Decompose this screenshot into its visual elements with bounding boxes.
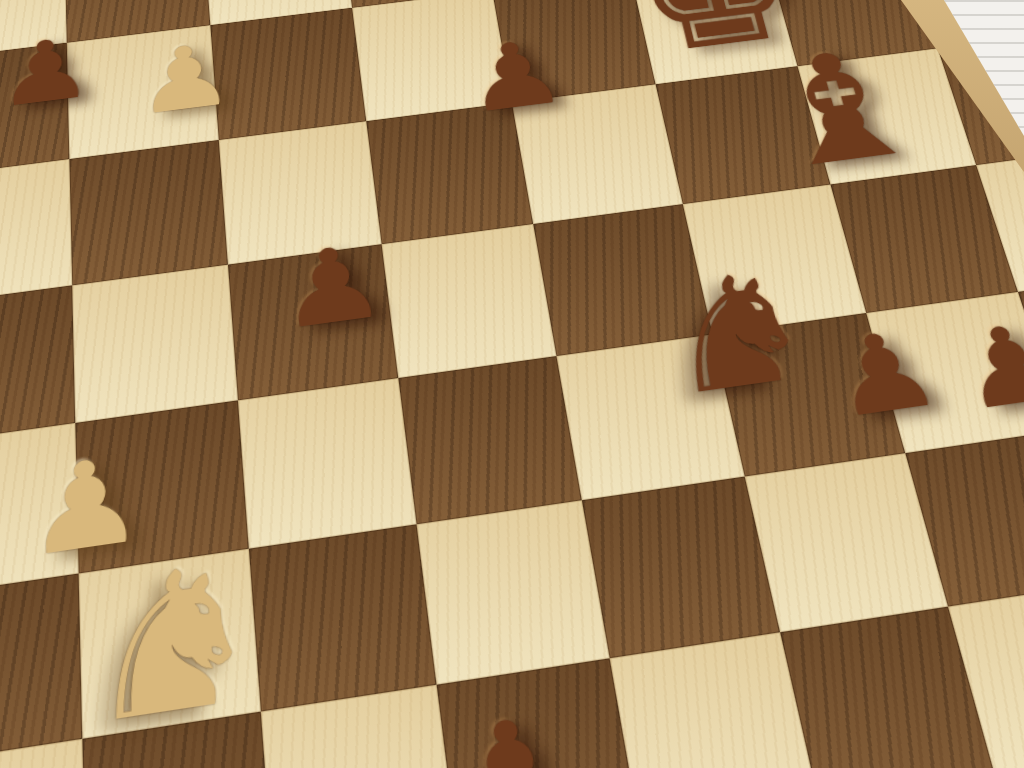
square-d6[interactable]: ♟	[366, 103, 533, 245]
square-a7[interactable]: ♟	[0, 43, 69, 179]
board: ♟♟♟♚♟♝♟♞♟♟♞♟	[0, 0, 1024, 768]
square-c4[interactable]	[238, 378, 417, 549]
square-d3[interactable]	[417, 500, 610, 684]
square-b3[interactable]: ♞	[79, 549, 261, 739]
piece-black-pawn[interactable]: ♟	[250, 227, 416, 349]
square-c3[interactable]	[249, 524, 437, 711]
board-scene: ♟♟♟♚♟♝♟♞♟♟♞♟	[0, 0, 1024, 768]
piece-white-knight[interactable]: ♞	[87, 536, 271, 754]
board-border: ♟♟♟♚♟♝♟♞♟♟♞♟	[0, 0, 1024, 768]
square-a6[interactable]	[0, 159, 72, 306]
square-h4[interactable]: ♟	[1018, 271, 1024, 430]
square-b6[interactable]	[69, 140, 228, 285]
square-d4[interactable]	[398, 356, 582, 524]
square-b5[interactable]	[72, 265, 238, 423]
square-a5[interactable]	[0, 285, 75, 446]
square-c5[interactable]: ♟	[228, 244, 398, 400]
page: { "game": "chess", "board": { "light_squ…	[0, 0, 1024, 768]
piece-black-pawn[interactable]: ♟	[436, 24, 595, 130]
square-a3[interactable]	[0, 573, 82, 766]
piece-black-pawn[interactable]: ♟	[414, 690, 614, 768]
